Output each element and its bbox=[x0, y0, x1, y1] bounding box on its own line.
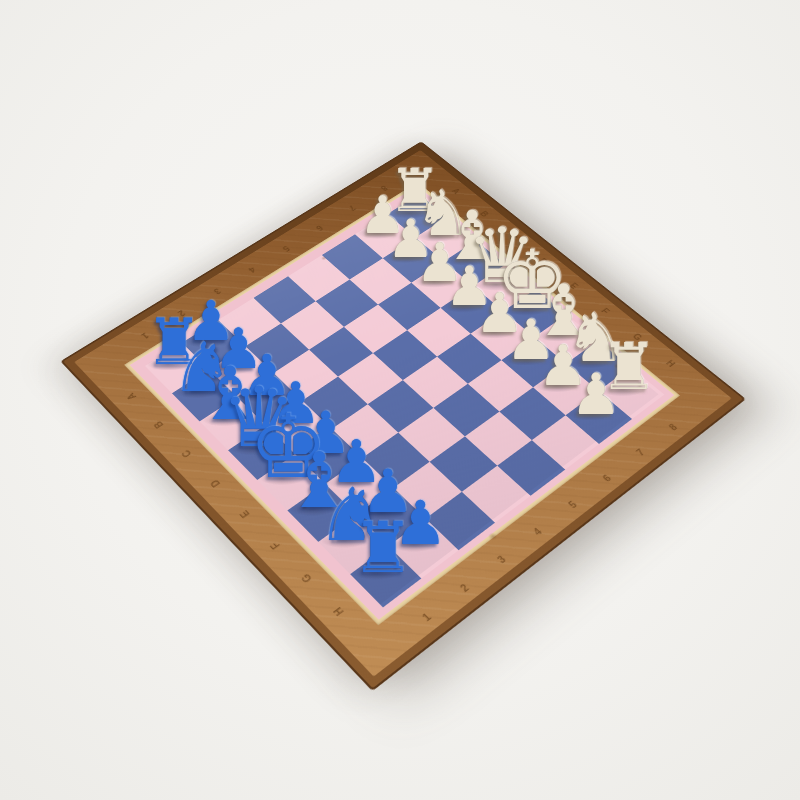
coord-rank-3-top: 3 bbox=[211, 287, 222, 296]
coord-file-F-right: F bbox=[599, 307, 611, 316]
coord-file-E-left: E bbox=[238, 509, 252, 520]
coord-file-C-right: C bbox=[507, 233, 519, 242]
coord-rank-4-top: 4 bbox=[246, 265, 257, 273]
coord-rank-1-top: 1 bbox=[139, 331, 150, 340]
board-frame-bevel: 11AA22BB33CC44DD55EE66FF77GG88HH bbox=[60, 141, 746, 691]
coord-rank-3-bottom: 3 bbox=[495, 554, 508, 565]
coord-rank-2-top: 2 bbox=[176, 308, 187, 317]
board-pink-mat bbox=[130, 186, 675, 620]
board-frame-wood: 11AA22BB33CC44DD55EE66FF77GG88HH bbox=[74, 150, 731, 676]
coord-file-F-left: F bbox=[268, 540, 281, 551]
coord-file-B-right: B bbox=[478, 210, 490, 218]
coord-file-A-right: A bbox=[449, 187, 461, 195]
coord-rank-7-bottom: 7 bbox=[634, 447, 646, 457]
coord-rank-5-bottom: 5 bbox=[566, 499, 578, 510]
coord-rank-6-top: 6 bbox=[314, 224, 324, 232]
coord-rank-8-bottom: 8 bbox=[667, 422, 679, 432]
coord-file-H-right: H bbox=[664, 359, 677, 369]
chess-board: 11AA22BB33CC44DD55EE66FF77GG88HH bbox=[60, 141, 746, 691]
coord-file-D-left: D bbox=[208, 478, 222, 489]
coord-file-A-left: A bbox=[125, 392, 138, 402]
coord-rank-5-top: 5 bbox=[280, 244, 290, 252]
coord-file-D-right: D bbox=[537, 257, 549, 266]
coord-rank-4-bottom: 4 bbox=[531, 526, 544, 537]
coord-file-G-right: G bbox=[630, 332, 643, 342]
coord-rank-6-bottom: 6 bbox=[601, 473, 613, 483]
coord-file-E-right: E bbox=[567, 282, 579, 291]
coord-rank-2-bottom: 2 bbox=[458, 582, 471, 593]
coord-rank-8-top: 8 bbox=[379, 184, 389, 192]
coord-file-G-left: G bbox=[299, 572, 314, 584]
coord-rank-1-bottom: 1 bbox=[420, 611, 433, 623]
coord-file-C-left: C bbox=[180, 449, 194, 460]
coord-rank-7-top: 7 bbox=[347, 204, 357, 212]
coord-file-B-left: B bbox=[152, 420, 166, 430]
photo-background: 11AA22BB33CC44DD55EE66FF77GG88HH ♜♞♝♛♚♝♞… bbox=[0, 0, 800, 800]
board-inner-trim bbox=[124, 182, 680, 625]
board-grid bbox=[145, 196, 659, 605]
coord-file-H-left: H bbox=[331, 605, 346, 617]
